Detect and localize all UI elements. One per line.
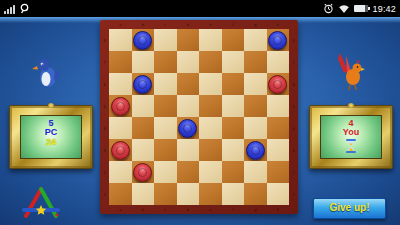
square-b7[interactable] (132, 51, 155, 73)
status-time: 19:42 (372, 4, 396, 14)
square-f3[interactable] (222, 139, 245, 161)
square-h1[interactable] (267, 183, 290, 205)
square-e8[interactable] (199, 29, 222, 51)
square-h5[interactable] (267, 95, 290, 117)
board-grid (109, 29, 289, 205)
you-label: You (343, 128, 359, 137)
you-mascot-rooster (336, 51, 366, 95)
app-logo (18, 183, 64, 225)
square-e4[interactable] (199, 117, 222, 139)
square-d2[interactable] (177, 161, 200, 183)
square-d3[interactable] (177, 139, 200, 161)
square-c8[interactable] (154, 29, 177, 51)
square-a5[interactable] (109, 95, 132, 117)
checker-blue[interactable] (133, 75, 152, 94)
square-g6[interactable] (244, 73, 267, 95)
pc-score-panel: 5 PC 24 (9, 105, 93, 169)
square-f5[interactable] (222, 95, 245, 117)
square-h6[interactable] (267, 73, 290, 95)
square-h8[interactable] (267, 29, 290, 51)
square-f4[interactable] (222, 117, 245, 139)
battery-icon (354, 5, 368, 12)
square-b6[interactable] (132, 73, 155, 95)
checkers-board: abcdefgh abcdefgh 87654321 87654321 (100, 20, 298, 214)
square-b2[interactable] (132, 161, 155, 183)
square-c5[interactable] (154, 95, 177, 117)
square-b3[interactable] (132, 139, 155, 161)
board-files-top: abcdefgh (109, 21, 289, 29)
checker-blue[interactable] (268, 31, 287, 50)
square-e2[interactable] (199, 161, 222, 183)
square-f6[interactable] (222, 73, 245, 95)
frame-ornament (348, 103, 354, 108)
board-ranks-left: 87654321 (101, 29, 109, 205)
give-up-button[interactable]: Give up! (313, 198, 386, 219)
pc-mascot-bird (31, 55, 63, 93)
checker-red[interactable] (111, 141, 130, 160)
square-a6[interactable] (109, 73, 132, 95)
square-c7[interactable] (154, 51, 177, 73)
square-c1[interactable] (154, 183, 177, 205)
game-background: abcdefgh abcdefgh 87654321 87654321 (0, 17, 400, 225)
square-g2[interactable] (244, 161, 267, 183)
square-d5[interactable] (177, 95, 200, 117)
board-ranks-right: 87654321 (290, 29, 298, 205)
checker-red[interactable] (133, 163, 152, 182)
status-bar: 19:42 (0, 0, 400, 17)
square-e1[interactable] (199, 183, 222, 205)
search-icon (19, 0, 30, 18)
square-c6[interactable] (154, 73, 177, 95)
square-h2[interactable] (267, 161, 290, 183)
square-f1[interactable] (222, 183, 245, 205)
square-e5[interactable] (199, 95, 222, 117)
alarm-icon (323, 0, 334, 18)
square-g1[interactable] (244, 183, 267, 205)
square-d6[interactable] (177, 73, 200, 95)
square-c4[interactable] (154, 117, 177, 139)
square-b5[interactable] (132, 95, 155, 117)
square-g7[interactable] (244, 51, 267, 73)
square-h4[interactable] (267, 117, 290, 139)
hourglass-icon (345, 139, 357, 157)
square-e7[interactable] (199, 51, 222, 73)
square-g5[interactable] (244, 95, 267, 117)
square-a7[interactable] (109, 51, 132, 73)
checker-red[interactable] (268, 75, 287, 94)
square-a4[interactable] (109, 117, 132, 139)
square-a8[interactable] (109, 29, 132, 51)
square-f7[interactable] (222, 51, 245, 73)
square-b1[interactable] (132, 183, 155, 205)
checker-blue[interactable] (133, 31, 152, 50)
wifi-icon (338, 0, 350, 18)
square-g8[interactable] (244, 29, 267, 51)
square-d4[interactable] (177, 117, 200, 139)
pc-timer: 24 (46, 138, 56, 147)
square-c3[interactable] (154, 139, 177, 161)
square-b8[interactable] (132, 29, 155, 51)
board-files-bottom: abcdefgh (109, 206, 289, 214)
square-d7[interactable] (177, 51, 200, 73)
square-e6[interactable] (199, 73, 222, 95)
square-h3[interactable] (267, 139, 290, 161)
checker-blue[interactable] (178, 119, 197, 138)
square-d1[interactable] (177, 183, 200, 205)
square-a1[interactable] (109, 183, 132, 205)
square-g4[interactable] (244, 117, 267, 139)
square-b4[interactable] (132, 117, 155, 139)
square-f8[interactable] (222, 29, 245, 51)
square-h7[interactable] (267, 51, 290, 73)
square-c2[interactable] (154, 161, 177, 183)
square-f2[interactable] (222, 161, 245, 183)
square-a2[interactable] (109, 161, 132, 183)
square-a3[interactable] (109, 139, 132, 161)
signal-icon (4, 4, 15, 14)
square-d8[interactable] (177, 29, 200, 51)
checker-red[interactable] (111, 97, 130, 116)
square-e3[interactable] (199, 139, 222, 161)
checker-blue[interactable] (246, 141, 265, 160)
you-score-panel: 4 You (309, 105, 393, 169)
square-g3[interactable] (244, 139, 267, 161)
frame-ornament (48, 103, 54, 108)
